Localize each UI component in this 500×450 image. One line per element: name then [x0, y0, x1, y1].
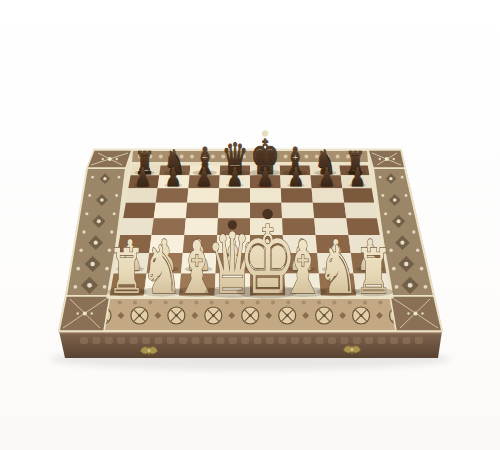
corner-panel-bottom-left — [59, 296, 110, 331]
black-king-light-finial — [262, 130, 268, 136]
piece-black-pawn-a7[interactable]: ♟ — [134, 162, 150, 192]
corner-panel-top-right — [368, 150, 405, 168]
piece-black-pawn-e7[interactable]: ♟ — [257, 162, 273, 192]
piece-black-pawn-g7[interactable]: ♟ — [318, 162, 334, 192]
board-front-face — [59, 331, 442, 358]
chessboard: ♜♞♝♛♚♝♞♜♟♟♟♟♟♟♟♟♟♟♟♟♟♟♟♟♜♞♝♛♚♝♞♜ — [0, 0, 500, 450]
square-a5[interactable] — [122, 203, 156, 218]
piece-black-pawn-h7[interactable]: ♟ — [349, 162, 365, 192]
piece-black-pawn-c7[interactable]: ♟ — [196, 162, 212, 192]
corner-panel-top-left — [87, 150, 132, 168]
piece-white-rook-h1[interactable]: ♜ — [354, 236, 393, 308]
corner-panel-bottom-right — [390, 296, 442, 331]
square-b5[interactable] — [154, 203, 187, 218]
chess-set-photo: ♜♞♝♛♚♝♞♜♟♟♟♟♟♟♟♟♟♟♟♟♟♟♟♟♜♞♝♛♚♝♞♜ — [0, 0, 500, 450]
square-h5[interactable] — [344, 203, 378, 218]
white-queen-dark-finial — [228, 220, 237, 229]
piece-black-pawn-b7[interactable]: ♟ — [165, 162, 181, 192]
white-king-dark-finial — [262, 209, 273, 220]
piece-black-pawn-f7[interactable]: ♟ — [288, 162, 304, 192]
square-g5[interactable] — [313, 203, 346, 218]
piece-white-rook-a1[interactable]: ♜ — [107, 236, 146, 308]
piece-black-pawn-d7[interactable]: ♟ — [226, 162, 242, 192]
piece-white-knight-g1[interactable]: ♞ — [317, 231, 358, 308]
